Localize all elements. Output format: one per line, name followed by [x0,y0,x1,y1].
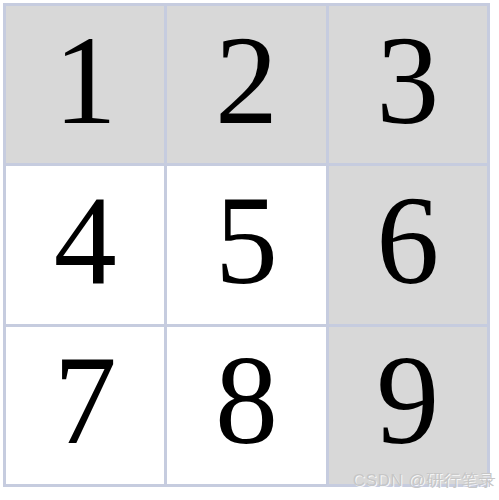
cell-value-2: 2 [215,18,278,144]
cell-value-7: 7 [54,338,117,464]
board: 1 2 3 4 5 6 7 8 9 [3,3,490,487]
cell-value-4: 4 [54,178,117,304]
cell-r3c3: 9 [329,327,487,484]
cell-value-3: 3 [376,18,439,144]
cell-r1c1: 1 [6,6,164,163]
cell-r1c3: 3 [329,6,487,163]
cell-r2c2: 5 [167,166,325,323]
cell-value-6: 6 [376,178,439,304]
cell-value-1: 1 [54,18,117,144]
cell-value-8: 8 [215,338,278,464]
cell-r3c1: 7 [6,327,164,484]
cell-r2c3: 6 [329,166,487,323]
screen: 1 2 3 4 5 6 7 8 9 CSDN @研行笔录 [0,0,499,500]
cell-value-9: 9 [376,338,439,464]
cell-r2c1: 4 [6,166,164,323]
cell-r3c2: 8 [167,327,325,484]
cell-value-5: 5 [215,178,278,304]
cell-r1c2: 2 [167,6,325,163]
